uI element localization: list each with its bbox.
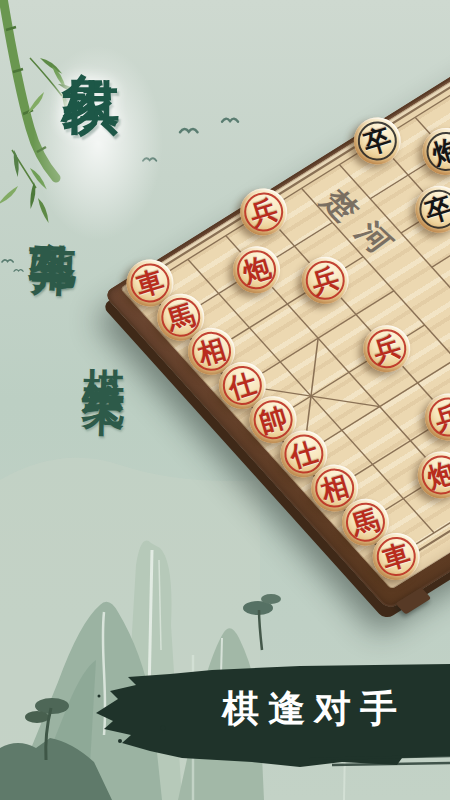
ink-splash — [98, 695, 101, 698]
slogan-column-2: 棋术绝天下 — [76, 334, 133, 375]
tree-silhouette — [243, 601, 273, 615]
tree-silhouette — [261, 594, 281, 604]
slogan-column-1: 车驰马奔 — [24, 203, 87, 217]
banner-text: 棋逢对手 — [222, 684, 406, 734]
waterfall-icon — [159, 560, 161, 650]
ink-splash — [161, 726, 166, 731]
ink-splash — [118, 739, 122, 743]
app-title: 象棋 — [58, 26, 122, 38]
title-glow — [8, 8, 188, 278]
board-leg — [395, 587, 431, 614]
splash-screen: 楚河 車馬相仕帥仕相馬車炮炮兵兵兵兵兵卒卒卒卒卒炮炮車馬象士將士象馬車 象棋 车… — [0, 0, 450, 800]
tree-silhouette — [259, 610, 262, 650]
